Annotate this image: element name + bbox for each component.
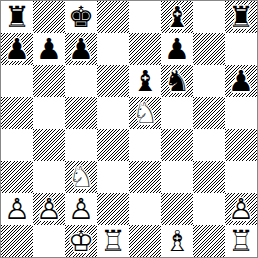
square-a8[interactable]: ♜♜	[1, 1, 33, 33]
square-h2[interactable]: ♟♙	[225, 193, 257, 225]
square-f3[interactable]	[161, 161, 193, 193]
square-g4[interactable]	[193, 129, 225, 161]
piece-white-rook: ♖	[97, 225, 129, 257]
square-g5[interactable]	[193, 97, 225, 129]
piece-white-knight: ♘	[129, 97, 161, 129]
square-b3[interactable]	[33, 161, 65, 193]
piece-halo: ♟	[65, 33, 97, 65]
piece-white-rook: ♖	[225, 225, 257, 257]
piece-halo: ♞	[65, 161, 97, 193]
piece-black-bishop: ♝	[161, 1, 193, 33]
square-b8[interactable]	[33, 1, 65, 33]
piece-black-pawn: ♟	[33, 33, 65, 65]
square-b5[interactable]	[33, 97, 65, 129]
piece-black-rook: ♜	[225, 1, 257, 33]
piece-black-rook: ♜	[1, 1, 33, 33]
square-e7[interactable]	[129, 33, 161, 65]
square-e4[interactable]	[129, 129, 161, 161]
square-h1[interactable]: ♜♖	[225, 225, 257, 257]
piece-white-knight: ♘	[65, 161, 97, 193]
piece-halo: ♚	[65, 225, 97, 257]
square-h6[interactable]: ♟♟	[225, 65, 257, 97]
square-h7[interactable]	[225, 33, 257, 65]
square-g3[interactable]	[193, 161, 225, 193]
square-e8[interactable]	[129, 1, 161, 33]
square-b2[interactable]: ♟♙	[33, 193, 65, 225]
piece-black-king: ♚	[65, 1, 97, 33]
piece-black-pawn: ♟	[225, 65, 257, 97]
piece-white-pawn: ♙	[33, 193, 65, 225]
piece-black-knight: ♞	[161, 65, 193, 97]
square-c5[interactable]	[65, 97, 97, 129]
square-a2[interactable]: ♟♙	[1, 193, 33, 225]
piece-halo: ♞	[129, 97, 161, 129]
square-f1[interactable]: ♝♗	[161, 225, 193, 257]
square-d3[interactable]	[97, 161, 129, 193]
square-h3[interactable]	[225, 161, 257, 193]
square-f2[interactable]	[161, 193, 193, 225]
piece-white-king: ♔	[65, 225, 97, 257]
piece-white-pawn: ♙	[1, 193, 33, 225]
square-f7[interactable]: ♟♟	[161, 33, 193, 65]
piece-halo: ♟	[65, 193, 97, 225]
square-f4[interactable]	[161, 129, 193, 161]
square-a7[interactable]: ♟♟	[1, 33, 33, 65]
piece-halo: ♟	[1, 193, 33, 225]
square-d8[interactable]	[97, 1, 129, 33]
piece-black-bishop: ♝	[129, 65, 161, 97]
piece-halo: ♟	[225, 193, 257, 225]
square-f6[interactable]: ♞♞	[161, 65, 193, 97]
piece-black-pawn: ♟	[1, 33, 33, 65]
chess-board: ♜♜♚♚♝♝♜♜♟♟♟♟♟♟♟♟♝♝♞♞♟♟♞♘♞♘♟♙♟♙♟♙♟♙♚♔♜♖♝♗…	[0, 0, 258, 258]
square-g1[interactable]	[193, 225, 225, 257]
square-a5[interactable]	[1, 97, 33, 129]
square-b4[interactable]	[33, 129, 65, 161]
square-e2[interactable]	[129, 193, 161, 225]
square-a6[interactable]	[1, 65, 33, 97]
piece-halo: ♜	[225, 1, 257, 33]
square-h4[interactable]	[225, 129, 257, 161]
square-a4[interactable]	[1, 129, 33, 161]
square-g6[interactable]	[193, 65, 225, 97]
square-b6[interactable]	[33, 65, 65, 97]
square-c6[interactable]	[65, 65, 97, 97]
piece-halo: ♝	[129, 65, 161, 97]
square-c2[interactable]: ♟♙	[65, 193, 97, 225]
piece-halo: ♚	[65, 1, 97, 33]
piece-halo: ♝	[161, 225, 193, 257]
square-h5[interactable]	[225, 97, 257, 129]
piece-halo: ♜	[225, 225, 257, 257]
piece-halo: ♝	[161, 1, 193, 33]
piece-halo: ♟	[33, 193, 65, 225]
square-b1[interactable]	[33, 225, 65, 257]
square-d5[interactable]	[97, 97, 129, 129]
piece-halo: ♜	[1, 1, 33, 33]
piece-halo: ♟	[1, 33, 33, 65]
square-f5[interactable]	[161, 97, 193, 129]
piece-halo: ♞	[161, 65, 193, 97]
piece-halo: ♜	[97, 225, 129, 257]
square-d2[interactable]	[97, 193, 129, 225]
piece-white-bishop: ♗	[161, 225, 193, 257]
square-c8[interactable]: ♚♚	[65, 1, 97, 33]
square-b7[interactable]: ♟♟	[33, 33, 65, 65]
square-c1[interactable]: ♚♔	[65, 225, 97, 257]
square-c3[interactable]: ♞♘	[65, 161, 97, 193]
square-h8[interactable]: ♜♜	[225, 1, 257, 33]
square-c7[interactable]: ♟♟	[65, 33, 97, 65]
piece-halo: ♟	[161, 33, 193, 65]
square-c4[interactable]	[65, 129, 97, 161]
square-e1[interactable]	[129, 225, 161, 257]
piece-halo: ♟	[225, 65, 257, 97]
square-d7[interactable]	[97, 33, 129, 65]
piece-white-pawn: ♙	[225, 193, 257, 225]
square-a1[interactable]	[1, 225, 33, 257]
square-e6[interactable]: ♝♝	[129, 65, 161, 97]
square-d4[interactable]	[97, 129, 129, 161]
square-d6[interactable]	[97, 65, 129, 97]
piece-halo: ♟	[33, 33, 65, 65]
square-e3[interactable]	[129, 161, 161, 193]
square-g2[interactable]	[193, 193, 225, 225]
square-g7[interactable]	[193, 33, 225, 65]
square-f8[interactable]: ♝♝	[161, 1, 193, 33]
square-g8[interactable]	[193, 1, 225, 33]
piece-white-pawn: ♙	[65, 193, 97, 225]
piece-black-pawn: ♟	[65, 33, 97, 65]
piece-black-pawn: ♟	[161, 33, 193, 65]
square-d1[interactable]: ♜♖	[97, 225, 129, 257]
square-e5[interactable]: ♞♘	[129, 97, 161, 129]
square-a3[interactable]	[1, 161, 33, 193]
